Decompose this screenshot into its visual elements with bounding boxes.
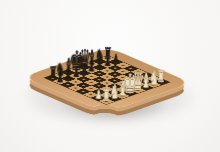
chess-set: ♜♞♝♛♚♝♞♜♟♟♟♟♟♟♟♟♟♟♟♟♟♟♟♟♜♞♝♛♚♝♞♜ (0, 0, 220, 152)
product-photo: ♜♞♝♛♚♝♞♜♟♟♟♟♟♟♟♟♟♟♟♟♟♟♟♟♜♞♝♛♚♝♞♜ (0, 0, 220, 152)
